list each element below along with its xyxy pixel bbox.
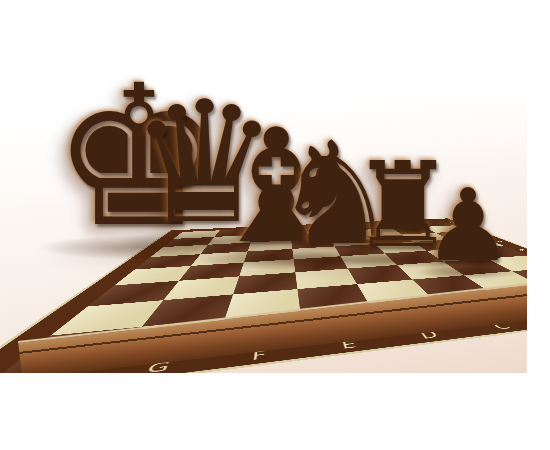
photo-right-margin: [527, 0, 550, 373]
screenshot: H G F E D C B A 8 7 6 5 4 3 2 1: [0, 0, 550, 450]
page-bottom-margin: [0, 373, 550, 450]
product-photo: H G F E D C B A 8 7 6 5 4 3 2 1: [0, 0, 550, 373]
piece-pawn: ♟: [423, 176, 513, 276]
